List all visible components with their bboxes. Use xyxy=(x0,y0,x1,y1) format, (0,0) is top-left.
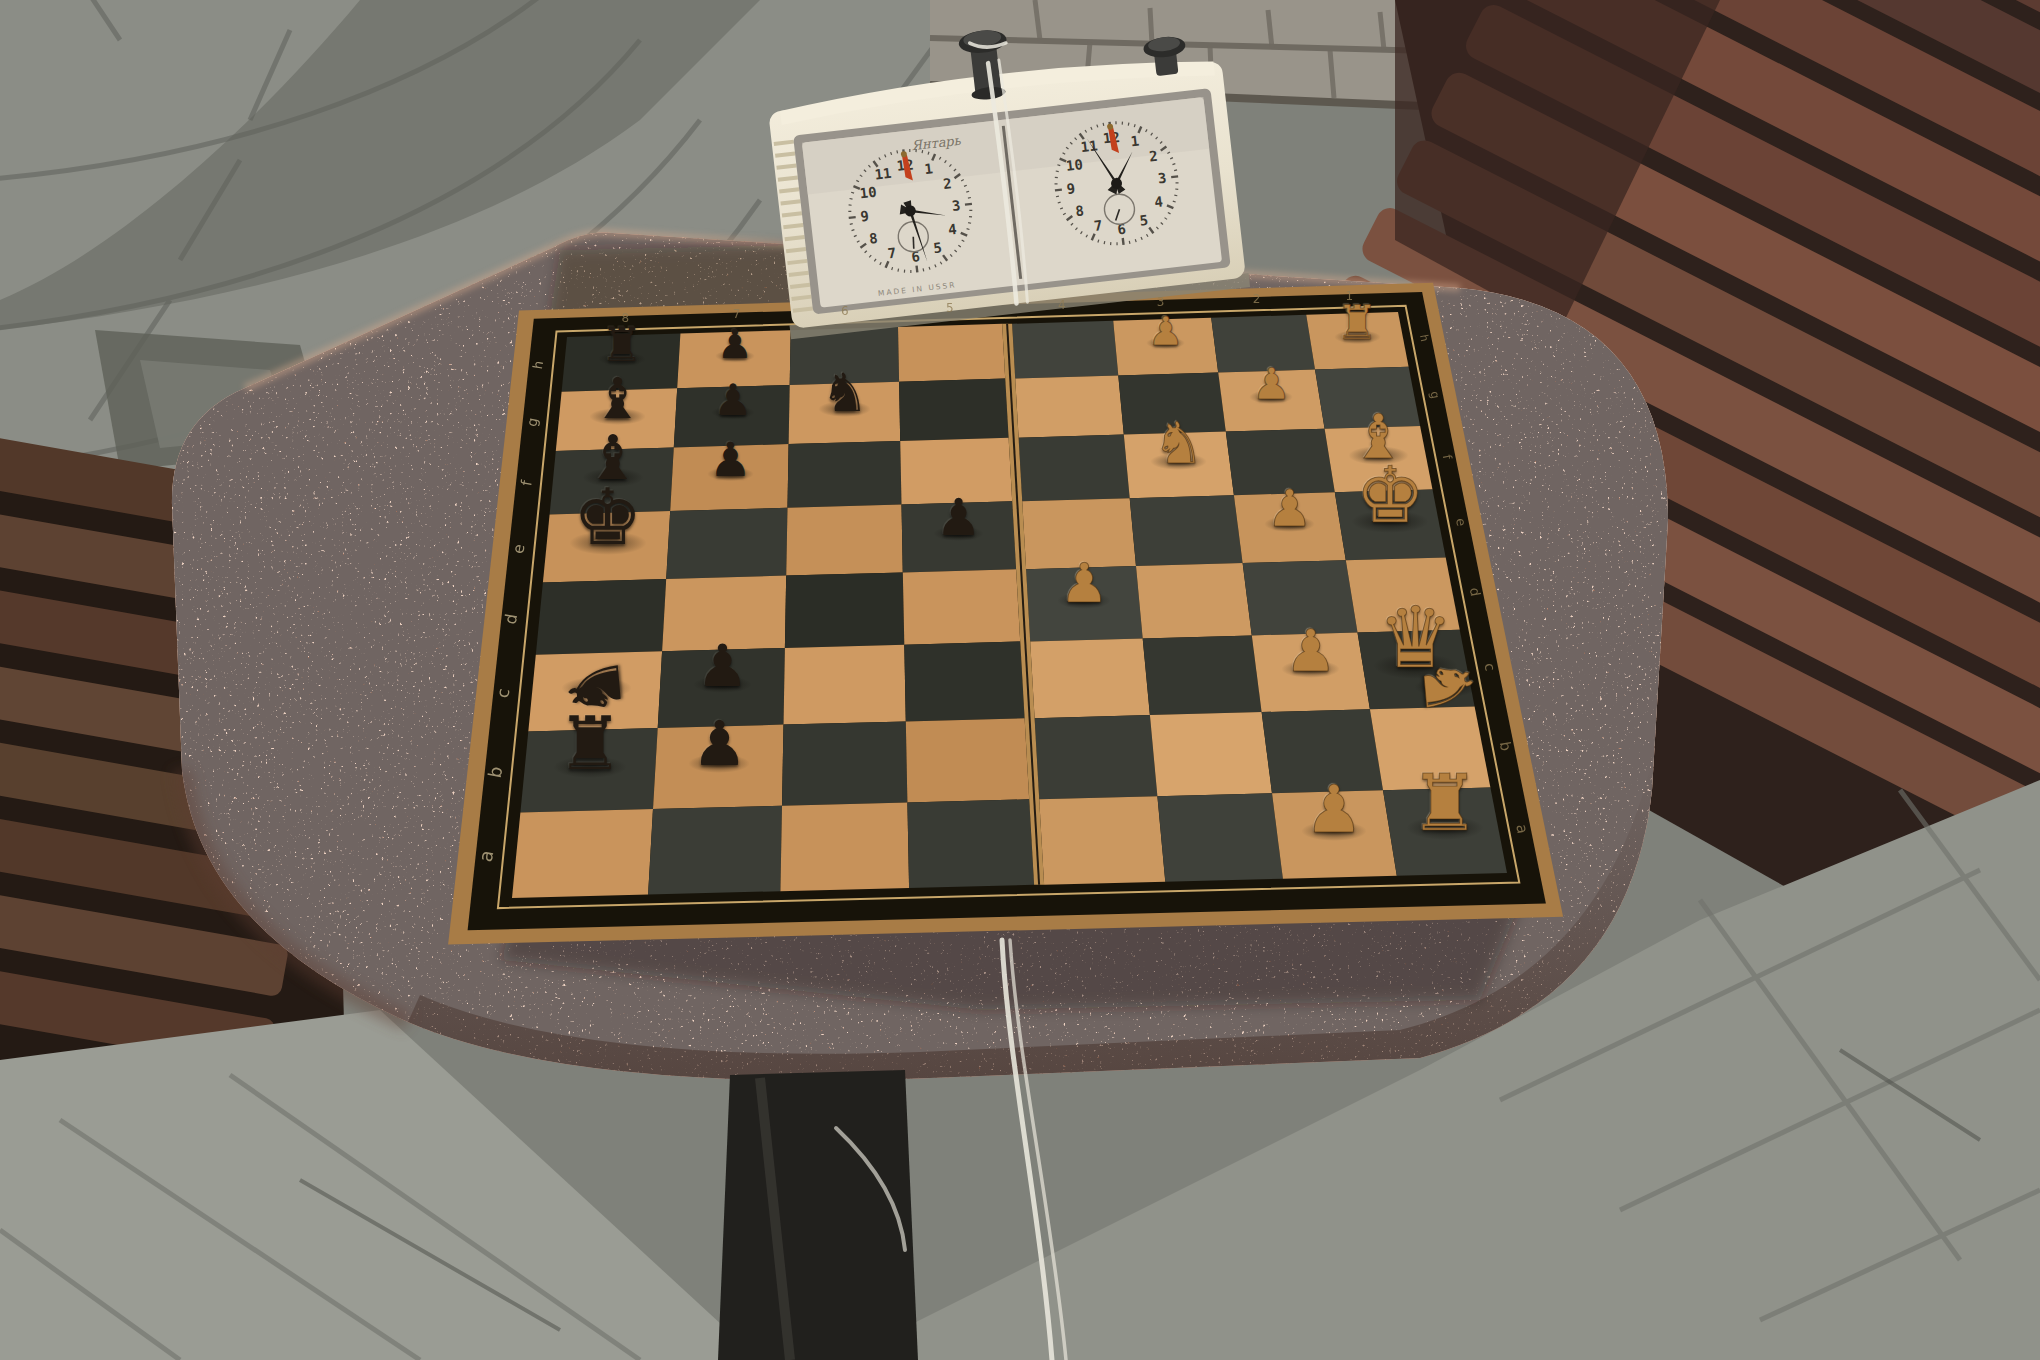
square-b7 xyxy=(653,725,784,810)
square-a8 xyxy=(512,809,653,898)
square-f6 xyxy=(788,441,902,508)
square-d8 xyxy=(536,579,666,655)
square-f5 xyxy=(900,438,1012,505)
square-g4 xyxy=(1015,376,1124,438)
square-b5 xyxy=(906,718,1029,802)
square-c5 xyxy=(904,642,1024,722)
dial-numeral-10: 10 xyxy=(859,184,878,202)
dial-numeral-8: 8 xyxy=(1074,202,1084,219)
dial-numeral-5: 5 xyxy=(1139,212,1149,229)
square-b4 xyxy=(1035,715,1158,799)
square-a4 xyxy=(1039,796,1165,885)
outdoor-chess-photo: { "game": "chess", "scene_description": … xyxy=(0,0,2040,1360)
square-e2 xyxy=(1234,492,1346,563)
square-b1 xyxy=(1370,707,1491,791)
square-b6 xyxy=(782,721,907,805)
dial-numeral-9: 9 xyxy=(1066,180,1076,197)
square-e4 xyxy=(1022,498,1136,569)
square-f8 xyxy=(550,448,674,515)
square-g2 xyxy=(1218,370,1324,432)
square-f7 xyxy=(670,444,788,511)
square-d2 xyxy=(1243,560,1358,635)
dial-numeral-1: 1 xyxy=(924,160,934,177)
square-d1 xyxy=(1346,557,1460,632)
square-e5 xyxy=(902,501,1017,572)
square-e1 xyxy=(1335,490,1446,561)
square-a2 xyxy=(1272,790,1397,878)
square-h4 xyxy=(1012,321,1118,379)
square-a5 xyxy=(907,799,1034,888)
dial-numeral-7: 7 xyxy=(887,245,897,262)
square-d7 xyxy=(662,576,786,652)
dial-numeral-10: 10 xyxy=(1065,156,1084,174)
square-d4 xyxy=(1026,566,1143,641)
square-c3 xyxy=(1143,635,1262,715)
square-b2 xyxy=(1262,709,1383,793)
square-f4 xyxy=(1019,435,1130,502)
dial-numeral-2: 2 xyxy=(1148,148,1158,165)
table-pedestal xyxy=(718,1070,918,1360)
dial-numeral-2: 2 xyxy=(942,175,952,192)
square-b8 xyxy=(520,728,657,813)
square-f2 xyxy=(1226,429,1335,495)
square-e3 xyxy=(1130,495,1243,566)
square-d5 xyxy=(903,569,1020,645)
dial-numeral-1: 1 xyxy=(1130,133,1140,150)
dial-numeral-4: 4 xyxy=(947,221,957,238)
square-g7 xyxy=(674,385,790,448)
square-d6 xyxy=(785,572,904,648)
chess-board xyxy=(448,283,1563,945)
square-e8 xyxy=(543,511,670,582)
square-f1 xyxy=(1325,426,1433,492)
dial-numeral-7: 7 xyxy=(1093,217,1103,234)
square-c7 xyxy=(658,648,785,728)
dial-numeral-8: 8 xyxy=(868,230,878,247)
square-c4 xyxy=(1030,638,1150,718)
dial-numeral-3: 3 xyxy=(1157,170,1167,187)
dial-numeral-9: 9 xyxy=(860,208,870,225)
square-c8 xyxy=(528,651,662,731)
square-e7 xyxy=(666,508,787,579)
square-g8 xyxy=(556,388,677,451)
dial-numeral-11: 11 xyxy=(874,165,893,183)
square-h2 xyxy=(1211,315,1315,373)
square-h3 xyxy=(1113,318,1218,376)
square-b3 xyxy=(1150,712,1272,796)
square-c1 xyxy=(1358,630,1475,710)
scene-canvas: Янтарь MADE IN USSR 121234567891011 1212… xyxy=(0,0,2040,1360)
square-c2 xyxy=(1252,633,1370,713)
square-e6 xyxy=(786,504,903,575)
square-g5 xyxy=(899,379,1009,441)
square-h7 xyxy=(677,330,791,388)
square-g6 xyxy=(789,382,901,444)
square-c6 xyxy=(784,645,906,725)
square-h5 xyxy=(898,324,1005,382)
square-d3 xyxy=(1136,563,1252,638)
square-h1 xyxy=(1306,312,1408,370)
square-a7 xyxy=(648,806,782,895)
square-f3 xyxy=(1124,432,1234,499)
square-h8 xyxy=(562,334,681,392)
square-g1 xyxy=(1315,367,1420,429)
square-a6 xyxy=(780,803,909,892)
dial-numeral-5: 5 xyxy=(933,239,943,256)
square-a3 xyxy=(1157,793,1283,882)
square-g3 xyxy=(1118,373,1226,435)
dial-numeral-11: 11 xyxy=(1080,137,1099,155)
dial-numeral-3: 3 xyxy=(951,197,961,214)
square-a1 xyxy=(1383,788,1507,876)
dial-numeral-4: 4 xyxy=(1154,193,1164,210)
